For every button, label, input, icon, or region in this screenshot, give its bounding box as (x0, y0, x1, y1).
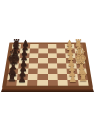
square (58, 80, 69, 86)
square (68, 80, 79, 86)
board-frame (2, 43, 93, 89)
square (27, 80, 38, 86)
board-perspective-scene (2, 0, 93, 88)
square (48, 80, 58, 86)
chess-set-product-photo: ♜♟♟♜♞♟♟♞♝♟♟♝♛♟♟♛♚♟♟♚♝♟♟♝♞♟♟♞♜♟♟♜ (0, 0, 95, 126)
square (17, 80, 28, 86)
chess-board (6, 44, 88, 85)
square (78, 80, 89, 86)
square (37, 80, 47, 86)
board-near-edge (1, 88, 94, 92)
